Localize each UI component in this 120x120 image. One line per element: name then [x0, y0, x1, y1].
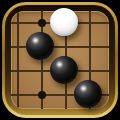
app-icon-background [0, 0, 120, 120]
stones-layer [2, 2, 118, 118]
stone-black[interactable] [74, 80, 102, 108]
stone-white[interactable] [50, 8, 78, 36]
go-app-icon[interactable] [2, 2, 118, 118]
stone-black[interactable] [50, 56, 78, 84]
stone-black[interactable] [26, 32, 54, 60]
